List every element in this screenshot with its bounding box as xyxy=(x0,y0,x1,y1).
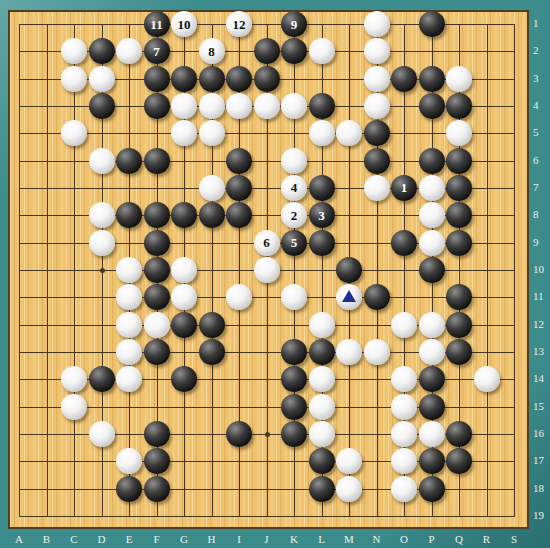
coord-number: 17 xyxy=(533,454,550,466)
grid-line-horizontal xyxy=(19,297,515,298)
grid-line-vertical xyxy=(487,24,488,517)
coord-letter: E xyxy=(119,533,139,545)
move-number-label: 9 xyxy=(291,18,298,31)
black-stone[interactable] xyxy=(281,339,307,365)
move-number-label: 6 xyxy=(263,236,270,249)
white-stone[interactable] xyxy=(254,93,280,119)
coord-number: 11 xyxy=(533,290,550,302)
coord-number: 3 xyxy=(533,72,550,84)
black-stone[interactable] xyxy=(419,448,445,474)
coord-number: 12 xyxy=(533,318,550,330)
white-stone[interactable] xyxy=(89,421,115,447)
coord-letter: P xyxy=(422,533,442,545)
coord-number: 15 xyxy=(533,400,550,412)
white-stone[interactable] xyxy=(391,394,417,420)
white-stone[interactable] xyxy=(419,202,445,228)
coord-letter: C xyxy=(64,533,84,545)
coord-letter: S xyxy=(504,533,524,545)
black-stone[interactable] xyxy=(281,394,307,420)
move-number-label: 2 xyxy=(291,209,298,222)
white-stone[interactable] xyxy=(116,257,142,283)
white-stone[interactable] xyxy=(419,339,445,365)
black-stone[interactable] xyxy=(144,476,170,502)
white-stone[interactable] xyxy=(336,339,362,365)
white-stone[interactable] xyxy=(364,66,390,92)
black-stone[interactable] xyxy=(419,148,445,174)
white-stone[interactable] xyxy=(336,476,362,502)
black-stone[interactable] xyxy=(446,339,472,365)
black-stone[interactable] xyxy=(419,257,445,283)
coord-letter: N xyxy=(367,533,387,545)
black-stone[interactable]: 7 xyxy=(144,38,170,64)
black-stone[interactable] xyxy=(364,284,390,310)
white-stone[interactable] xyxy=(61,66,87,92)
move-number-label: 4 xyxy=(291,181,298,194)
star-point xyxy=(100,268,105,273)
white-stone[interactable] xyxy=(474,366,500,392)
coord-letter: B xyxy=(37,533,57,545)
black-stone[interactable] xyxy=(199,312,225,338)
white-stone[interactable] xyxy=(281,148,307,174)
white-stone[interactable] xyxy=(309,120,335,146)
board-frame: 111012978412365ABCDEFGHIJKLMNOPQRS123456… xyxy=(0,0,550,548)
coord-number: 16 xyxy=(533,427,550,439)
white-stone[interactable] xyxy=(89,230,115,256)
black-stone[interactable] xyxy=(419,11,445,37)
black-stone[interactable] xyxy=(309,448,335,474)
move-number-label: 7 xyxy=(153,45,160,58)
black-stone[interactable] xyxy=(419,476,445,502)
grid-line-vertical xyxy=(514,24,515,517)
white-stone[interactable] xyxy=(364,175,390,201)
coord-number: 18 xyxy=(533,482,550,494)
coord-letter: M xyxy=(339,533,359,545)
black-stone[interactable] xyxy=(254,38,280,64)
white-stone[interactable] xyxy=(419,421,445,447)
white-stone[interactable]: 6 xyxy=(254,230,280,256)
black-stone[interactable] xyxy=(199,66,225,92)
white-stone[interactable] xyxy=(391,421,417,447)
coord-letter: R xyxy=(477,533,497,545)
coord-number: 4 xyxy=(533,99,550,111)
coord-letter: G xyxy=(174,533,194,545)
coord-letter: F xyxy=(147,533,167,545)
white-stone[interactable] xyxy=(364,38,390,64)
black-stone[interactable] xyxy=(364,120,390,146)
coord-number: 13 xyxy=(533,345,550,357)
black-stone[interactable] xyxy=(144,421,170,447)
coord-letter: O xyxy=(394,533,414,545)
black-stone[interactable]: 9 xyxy=(281,11,307,37)
black-stone[interactable] xyxy=(171,312,197,338)
white-stone[interactable] xyxy=(309,312,335,338)
coord-letter: I xyxy=(229,533,249,545)
black-stone[interactable]: 1 xyxy=(391,175,417,201)
white-stone[interactable] xyxy=(419,175,445,201)
white-stone[interactable] xyxy=(199,93,225,119)
coord-number: 9 xyxy=(533,236,550,248)
white-stone[interactable] xyxy=(419,230,445,256)
black-stone[interactable] xyxy=(309,476,335,502)
black-stone[interactable] xyxy=(144,93,170,119)
white-stone[interactable] xyxy=(309,38,335,64)
coord-letter: L xyxy=(312,533,332,545)
black-stone[interactable] xyxy=(446,421,472,447)
black-stone[interactable] xyxy=(309,339,335,365)
black-stone[interactable] xyxy=(144,148,170,174)
white-stone[interactable] xyxy=(116,312,142,338)
white-stone[interactable] xyxy=(226,93,252,119)
white-stone[interactable] xyxy=(199,120,225,146)
move-number-label: 3 xyxy=(318,209,325,222)
black-stone[interactable] xyxy=(419,93,445,119)
black-stone[interactable] xyxy=(89,366,115,392)
white-stone[interactable] xyxy=(309,394,335,420)
black-stone[interactable] xyxy=(144,230,170,256)
black-stone[interactable] xyxy=(226,148,252,174)
black-stone[interactable] xyxy=(171,66,197,92)
white-stone[interactable] xyxy=(391,476,417,502)
black-stone[interactable] xyxy=(144,339,170,365)
white-stone[interactable] xyxy=(89,66,115,92)
white-stone[interactable] xyxy=(364,339,390,365)
grid-line-horizontal xyxy=(19,516,515,517)
white-stone[interactable] xyxy=(446,66,472,92)
black-stone[interactable] xyxy=(199,339,225,365)
black-stone[interactable] xyxy=(446,230,472,256)
move-number-label: 8 xyxy=(208,45,215,58)
triangle-marker xyxy=(342,290,356,302)
white-stone[interactable] xyxy=(309,421,335,447)
white-stone[interactable]: 8 xyxy=(199,38,225,64)
black-stone[interactable] xyxy=(446,93,472,119)
black-stone[interactable] xyxy=(226,421,252,447)
black-stone[interactable] xyxy=(336,257,362,283)
white-stone[interactable]: 12 xyxy=(226,11,252,37)
black-stone[interactable] xyxy=(309,93,335,119)
coord-number: 19 xyxy=(533,509,550,521)
coord-number: 10 xyxy=(533,263,550,275)
black-stone[interactable] xyxy=(391,230,417,256)
black-stone[interactable] xyxy=(144,202,170,228)
white-stone[interactable] xyxy=(281,93,307,119)
move-number-label: 5 xyxy=(291,236,298,249)
coord-number: 1 xyxy=(533,17,550,29)
black-stone[interactable] xyxy=(419,394,445,420)
black-stone[interactable] xyxy=(89,93,115,119)
black-stone[interactable] xyxy=(116,476,142,502)
coord-number: 7 xyxy=(533,181,550,193)
white-stone[interactable] xyxy=(116,339,142,365)
black-stone[interactable] xyxy=(281,421,307,447)
coord-letter: H xyxy=(202,533,222,545)
black-stone[interactable] xyxy=(446,312,472,338)
black-stone[interactable] xyxy=(226,66,252,92)
black-stone[interactable] xyxy=(391,66,417,92)
black-stone[interactable] xyxy=(419,366,445,392)
coord-number: 5 xyxy=(533,126,550,138)
black-stone[interactable] xyxy=(254,66,280,92)
black-stone[interactable] xyxy=(144,66,170,92)
white-stone[interactable] xyxy=(391,312,417,338)
black-stone[interactable] xyxy=(89,38,115,64)
coord-number: 6 xyxy=(533,154,550,166)
white-stone[interactable] xyxy=(171,257,197,283)
black-stone[interactable] xyxy=(309,230,335,256)
white-stone[interactable] xyxy=(144,312,170,338)
white-stone[interactable]: 4 xyxy=(281,175,307,201)
coord-letter: J xyxy=(257,533,277,545)
white-stone[interactable] xyxy=(309,366,335,392)
white-stone[interactable]: 10 xyxy=(171,11,197,37)
black-stone[interactable] xyxy=(309,175,335,201)
black-stone[interactable] xyxy=(419,66,445,92)
white-stone[interactable] xyxy=(364,11,390,37)
white-stone[interactable] xyxy=(171,93,197,119)
black-stone[interactable] xyxy=(144,448,170,474)
white-stone[interactable] xyxy=(89,202,115,228)
coord-letter: Q xyxy=(449,533,469,545)
black-stone[interactable] xyxy=(446,175,472,201)
white-stone[interactable] xyxy=(61,394,87,420)
white-stone[interactable] xyxy=(419,312,445,338)
move-number-label: 12 xyxy=(233,18,246,31)
move-number-label: 11 xyxy=(150,18,162,31)
black-stone[interactable]: 5 xyxy=(281,230,307,256)
black-stone[interactable] xyxy=(199,202,225,228)
move-number-label: 1 xyxy=(401,181,408,194)
black-stone[interactable]: 3 xyxy=(309,202,335,228)
black-stone[interactable] xyxy=(144,257,170,283)
coord-number: 8 xyxy=(533,208,550,220)
move-number-label: 10 xyxy=(178,18,191,31)
white-stone[interactable] xyxy=(364,93,390,119)
black-stone[interactable] xyxy=(116,148,142,174)
coord-letter: A xyxy=(9,533,29,545)
white-stone[interactable] xyxy=(89,148,115,174)
coord-number: 14 xyxy=(533,372,550,384)
black-stone[interactable] xyxy=(226,175,252,201)
black-stone[interactable] xyxy=(364,148,390,174)
black-stone[interactable] xyxy=(446,148,472,174)
coord-number: 2 xyxy=(533,44,550,56)
star-point xyxy=(265,432,270,437)
black-stone[interactable] xyxy=(144,284,170,310)
coord-letter: D xyxy=(92,533,112,545)
white-stone[interactable] xyxy=(199,175,225,201)
black-stone[interactable]: 11 xyxy=(144,11,170,37)
white-stone[interactable] xyxy=(254,257,280,283)
coord-letter: K xyxy=(284,533,304,545)
